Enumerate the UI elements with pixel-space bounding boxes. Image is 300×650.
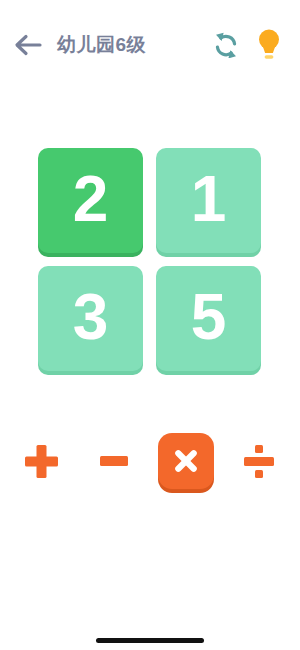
divide-button[interactable] [231, 433, 287, 489]
refresh-icon [213, 32, 239, 58]
header-bar: 幼儿园6级 [0, 27, 300, 63]
number-grid: 2 1 3 5 [38, 148, 261, 371]
tile-value: 3 [73, 285, 109, 349]
tile-value: 2 [73, 167, 109, 231]
home-indicator-handle[interactable] [96, 638, 204, 643]
tile-value: 5 [191, 285, 227, 349]
level-title: 幼儿园6级 [57, 32, 146, 58]
divide-icon [244, 445, 274, 478]
minus-icon [100, 456, 128, 466]
back-arrow-icon [14, 34, 42, 56]
number-tile-1[interactable]: 1 [156, 148, 261, 253]
multiply-button[interactable] [158, 433, 214, 489]
back-button[interactable] [14, 34, 42, 56]
add-button[interactable] [13, 433, 69, 489]
number-tile-3[interactable]: 3 [38, 266, 143, 371]
tile-value: 1 [191, 167, 227, 231]
plus-icon [25, 445, 58, 478]
number-tile-2[interactable]: 2 [38, 148, 143, 253]
multiply-icon [172, 447, 200, 475]
number-tile-5[interactable]: 5 [156, 266, 261, 371]
hint-button[interactable] [256, 29, 282, 61]
refresh-button[interactable] [213, 32, 239, 58]
subtract-button[interactable] [86, 433, 142, 489]
operator-row [0, 433, 300, 493]
lightbulb-hint-icon [256, 29, 282, 61]
